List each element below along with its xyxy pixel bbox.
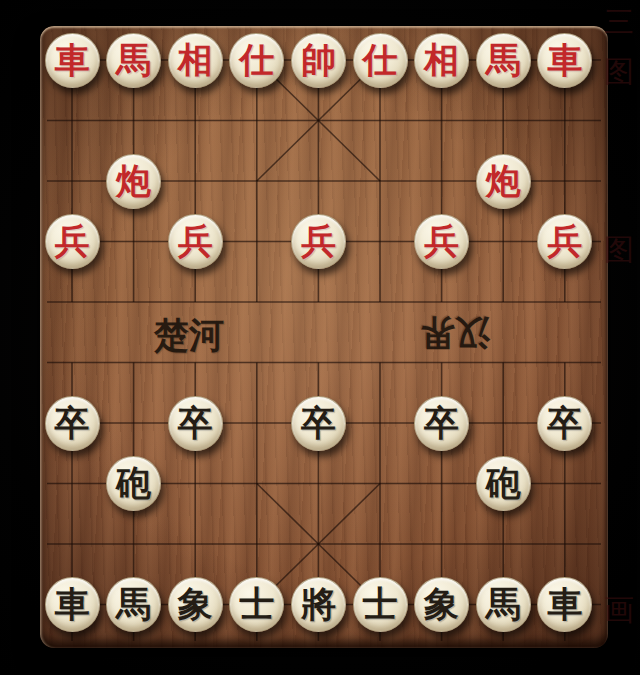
piece-glyph: 砲 <box>116 465 151 500</box>
piece-glyph: 馬 <box>486 586 521 621</box>
piece-black-horse[interactable]: 馬 <box>476 577 531 632</box>
piece-glyph: 卒 <box>55 405 90 440</box>
piece-glyph: 炮 <box>486 163 521 198</box>
piece-glyph: 車 <box>547 586 582 621</box>
piece-glyph: 卒 <box>547 405 582 440</box>
piece-black-soldier[interactable]: 卒 <box>414 396 469 451</box>
piece-glyph: 仕 <box>363 42 398 77</box>
piece-black-soldier[interactable]: 卒 <box>291 396 346 451</box>
piece-red-soldier[interactable]: 兵 <box>414 214 469 269</box>
piece-black-advisor[interactable]: 士 <box>353 577 408 632</box>
piece-black-advisor[interactable]: 士 <box>229 577 284 632</box>
piece-red-advisor[interactable]: 仕 <box>229 33 284 88</box>
piece-black-soldier[interactable]: 卒 <box>537 396 592 451</box>
board-grid <box>40 26 608 648</box>
piece-glyph: 馬 <box>116 586 151 621</box>
piece-glyph: 卒 <box>424 405 459 440</box>
piece-glyph: 砲 <box>486 465 521 500</box>
piece-glyph: 兵 <box>55 223 90 258</box>
xiangqi-screenshot: 楚河 汉界 車馬相仕帥仕相馬車炮炮兵兵兵兵兵卒卒卒卒卒砲砲車馬象士將士象馬車 三… <box>0 0 640 675</box>
piece-red-horse[interactable]: 馬 <box>476 33 531 88</box>
piece-black-soldier[interactable]: 卒 <box>168 396 223 451</box>
piece-black-soldier[interactable]: 卒 <box>45 396 100 451</box>
piece-black-cannon[interactable]: 砲 <box>106 456 161 511</box>
piece-red-cannon[interactable]: 炮 <box>106 154 161 209</box>
piece-red-soldier[interactable]: 兵 <box>168 214 223 269</box>
piece-glyph: 兵 <box>301 223 336 258</box>
piece-glyph: 兵 <box>547 223 582 258</box>
piece-glyph: 卒 <box>178 405 213 440</box>
watermark-glyph: 三 <box>604 2 634 43</box>
watermark-glyph: 画 <box>604 590 634 631</box>
piece-glyph: 兵 <box>424 223 459 258</box>
piece-glyph: 車 <box>547 42 582 77</box>
piece-red-general[interactable]: 帥 <box>291 33 346 88</box>
piece-glyph: 馬 <box>486 42 521 77</box>
piece-red-chariot[interactable]: 車 <box>537 33 592 88</box>
piece-black-general[interactable]: 將 <box>291 577 346 632</box>
piece-red-soldier[interactable]: 兵 <box>537 214 592 269</box>
piece-glyph: 象 <box>424 586 459 621</box>
watermark-glyph: 图 <box>604 230 634 271</box>
watermark-glyph: 图 <box>604 52 634 93</box>
piece-glyph: 馬 <box>116 42 151 77</box>
piece-glyph: 相 <box>424 42 459 77</box>
piece-glyph: 卒 <box>301 405 336 440</box>
piece-black-cannon[interactable]: 砲 <box>476 456 531 511</box>
piece-red-elephant[interactable]: 相 <box>168 33 223 88</box>
piece-red-advisor[interactable]: 仕 <box>353 33 408 88</box>
piece-glyph: 相 <box>178 42 213 77</box>
piece-red-soldier[interactable]: 兵 <box>45 214 100 269</box>
piece-red-cannon[interactable]: 炮 <box>476 154 531 209</box>
piece-glyph: 兵 <box>178 223 213 258</box>
piece-red-soldier[interactable]: 兵 <box>291 214 346 269</box>
piece-red-chariot[interactable]: 車 <box>45 33 100 88</box>
piece-glyph: 炮 <box>116 163 151 198</box>
piece-glyph: 仕 <box>239 42 274 77</box>
piece-glyph: 帥 <box>301 42 336 77</box>
piece-red-elephant[interactable]: 相 <box>414 33 469 88</box>
piece-glyph: 士 <box>239 586 274 621</box>
xiangqi-board[interactable]: 楚河 汉界 車馬相仕帥仕相馬車炮炮兵兵兵兵兵卒卒卒卒卒砲砲車馬象士將士象馬車 <box>40 26 608 648</box>
piece-glyph: 將 <box>301 586 336 621</box>
piece-black-horse[interactable]: 馬 <box>106 577 161 632</box>
piece-black-elephant[interactable]: 象 <box>414 577 469 632</box>
piece-black-chariot[interactable]: 車 <box>45 577 100 632</box>
piece-black-chariot[interactable]: 車 <box>537 577 592 632</box>
piece-glyph: 士 <box>363 586 398 621</box>
piece-glyph: 車 <box>55 586 90 621</box>
piece-glyph: 象 <box>178 586 213 621</box>
piece-red-horse[interactable]: 馬 <box>106 33 161 88</box>
piece-glyph: 車 <box>55 42 90 77</box>
piece-black-elephant[interactable]: 象 <box>168 577 223 632</box>
